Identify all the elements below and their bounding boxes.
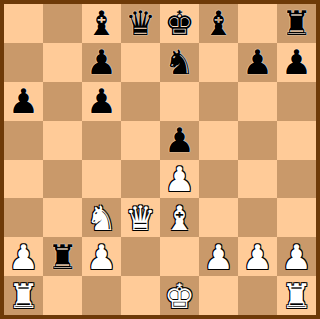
square-a6[interactable]: ♟ [4, 82, 43, 121]
chess-board: ♝♛♚♝♜♟♞♟♟♟♟♟♟♞♛♝♟♜♟♟♟♟♜♚♜ [4, 4, 316, 315]
square-b2[interactable]: ♜ [43, 237, 82, 276]
black-pawn[interactable]: ♟ [86, 84, 116, 118]
square-g4[interactable] [238, 160, 277, 199]
square-f8[interactable]: ♝ [199, 4, 238, 43]
black-rook[interactable]: ♜ [281, 6, 311, 40]
black-pawn[interactable]: ♟ [8, 84, 38, 118]
square-f7[interactable] [199, 43, 238, 82]
square-b8[interactable] [43, 4, 82, 43]
square-f1[interactable] [199, 276, 238, 315]
square-c4[interactable] [82, 160, 121, 199]
square-d5[interactable] [121, 121, 160, 160]
square-a7[interactable] [4, 43, 43, 82]
square-g8[interactable] [238, 4, 277, 43]
square-f6[interactable] [199, 82, 238, 121]
black-bishop[interactable]: ♝ [203, 6, 233, 40]
square-d6[interactable] [121, 82, 160, 121]
white-pawn[interactable]: ♟ [281, 240, 311, 274]
square-h1[interactable]: ♜ [277, 276, 316, 315]
square-f2[interactable]: ♟ [199, 237, 238, 276]
square-h2[interactable]: ♟ [277, 237, 316, 276]
white-pawn[interactable]: ♟ [242, 240, 272, 274]
black-knight[interactable]: ♞ [164, 45, 194, 79]
black-king[interactable]: ♚ [164, 6, 194, 40]
white-pawn[interactable]: ♟ [8, 240, 38, 274]
square-e3[interactable]: ♝ [160, 198, 199, 237]
square-h8[interactable]: ♜ [277, 4, 316, 43]
square-g1[interactable] [238, 276, 277, 315]
square-b1[interactable] [43, 276, 82, 315]
square-c5[interactable] [82, 121, 121, 160]
square-a1[interactable]: ♜ [4, 276, 43, 315]
square-d2[interactable] [121, 237, 160, 276]
square-b7[interactable] [43, 43, 82, 82]
black-pawn[interactable]: ♟ [242, 45, 272, 79]
black-rook[interactable]: ♜ [47, 240, 77, 274]
square-a4[interactable] [4, 160, 43, 199]
square-h7[interactable]: ♟ [277, 43, 316, 82]
white-queen[interactable]: ♛ [125, 201, 155, 235]
square-e1[interactable]: ♚ [160, 276, 199, 315]
square-h6[interactable] [277, 82, 316, 121]
square-a5[interactable] [4, 121, 43, 160]
black-pawn[interactable]: ♟ [164, 123, 194, 157]
black-pawn[interactable]: ♟ [281, 45, 311, 79]
square-d3[interactable]: ♛ [121, 198, 160, 237]
white-pawn[interactable]: ♟ [164, 162, 194, 196]
white-rook[interactable]: ♜ [281, 279, 311, 313]
square-h5[interactable] [277, 121, 316, 160]
square-e8[interactable]: ♚ [160, 4, 199, 43]
square-g6[interactable] [238, 82, 277, 121]
white-bishop[interactable]: ♝ [164, 201, 194, 235]
square-c1[interactable] [82, 276, 121, 315]
square-a8[interactable] [4, 4, 43, 43]
black-queen[interactable]: ♛ [125, 6, 155, 40]
square-e5[interactable]: ♟ [160, 121, 199, 160]
white-pawn[interactable]: ♟ [203, 240, 233, 274]
square-e7[interactable]: ♞ [160, 43, 199, 82]
black-pawn[interactable]: ♟ [86, 45, 116, 79]
square-c6[interactable]: ♟ [82, 82, 121, 121]
white-pawn[interactable]: ♟ [86, 240, 116, 274]
square-c7[interactable]: ♟ [82, 43, 121, 82]
square-e6[interactable] [160, 82, 199, 121]
square-f3[interactable] [199, 198, 238, 237]
square-c3[interactable]: ♞ [82, 198, 121, 237]
square-a3[interactable] [4, 198, 43, 237]
square-d4[interactable] [121, 160, 160, 199]
board-frame: ♝♛♚♝♜♟♞♟♟♟♟♟♟♞♛♝♟♜♟♟♟♟♜♚♜ [0, 0, 320, 319]
square-b5[interactable] [43, 121, 82, 160]
square-e2[interactable] [160, 237, 199, 276]
square-c2[interactable]: ♟ [82, 237, 121, 276]
square-b3[interactable] [43, 198, 82, 237]
white-rook[interactable]: ♜ [8, 279, 38, 313]
square-g3[interactable] [238, 198, 277, 237]
square-g5[interactable] [238, 121, 277, 160]
white-king[interactable]: ♚ [164, 279, 194, 313]
square-d7[interactable] [121, 43, 160, 82]
square-h4[interactable] [277, 160, 316, 199]
square-a2[interactable]: ♟ [4, 237, 43, 276]
square-g7[interactable]: ♟ [238, 43, 277, 82]
square-c8[interactable]: ♝ [82, 4, 121, 43]
black-bishop[interactable]: ♝ [86, 6, 116, 40]
square-g2[interactable]: ♟ [238, 237, 277, 276]
square-e4[interactable]: ♟ [160, 160, 199, 199]
square-h3[interactable] [277, 198, 316, 237]
square-d8[interactable]: ♛ [121, 4, 160, 43]
square-b6[interactable] [43, 82, 82, 121]
square-b4[interactable] [43, 160, 82, 199]
square-d1[interactable] [121, 276, 160, 315]
white-knight[interactable]: ♞ [86, 201, 116, 235]
square-f4[interactable] [199, 160, 238, 199]
square-f5[interactable] [199, 121, 238, 160]
